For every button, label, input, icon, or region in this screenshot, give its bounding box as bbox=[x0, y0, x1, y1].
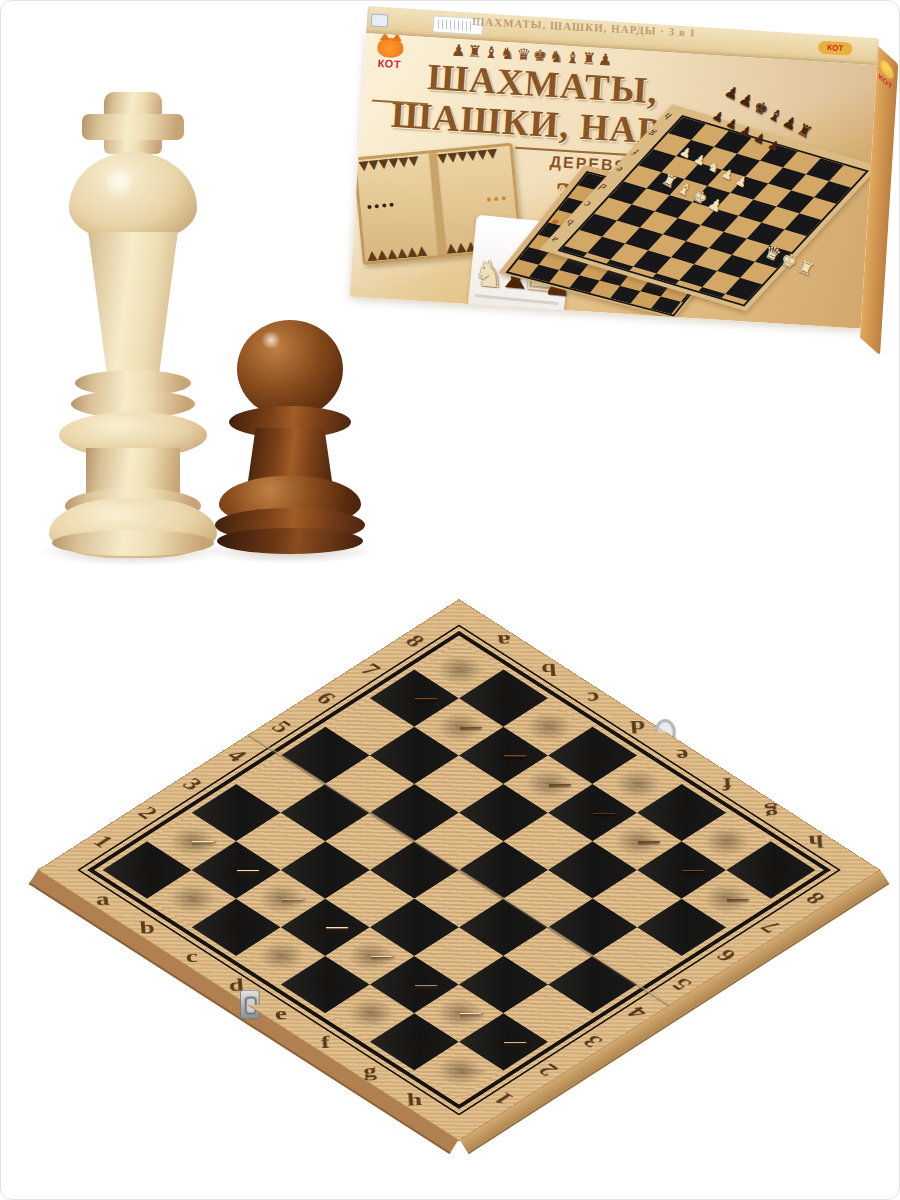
file-label-sw-c: c bbox=[180, 946, 204, 966]
product-box: ШАХМАТЫ, ШАШКИ, НАРДЫ · 3 в 1 КОТ КОТ ♟♜… bbox=[348, 6, 879, 350]
backgammon-checkers-light: ●●● bbox=[486, 192, 509, 204]
pawn-base-rim bbox=[217, 528, 363, 554]
brand-name: КОТ bbox=[369, 56, 410, 70]
brand-badge-small: КОТ bbox=[818, 41, 853, 56]
trio-king-icon: ♚ bbox=[513, 237, 572, 302]
king-neck bbox=[69, 232, 197, 378]
backgammon-points: ▼▼▼▼▼▼ bbox=[358, 154, 430, 173]
file-label-sw-f: f bbox=[313, 1032, 337, 1052]
mini-chess-image: hgfedcba ♟♟♚♝♟♜ ♟♟♟♟♟ ♟♟♞♟♟ ♜♝♚♟ ♛♚♜ bbox=[640, 95, 877, 328]
price-sticker bbox=[371, 13, 389, 27]
trio-base bbox=[475, 294, 559, 305]
king-crown bbox=[69, 152, 197, 242]
file-label-sw-h: h bbox=[402, 1089, 426, 1109]
box-top-edge-text: ШАХМАТЫ, ШАШКИ, НАРДЫ · 3 в 1 bbox=[472, 16, 696, 39]
backgammon-points: ▲▲▲▲▲▲ bbox=[445, 236, 517, 255]
piece-white-rook: ♜ bbox=[420, 994, 499, 1082]
checkers-row: ●●●●● bbox=[548, 216, 627, 244]
backgammon-checkers-dark: ●●●● bbox=[366, 199, 397, 212]
highlight bbox=[106, 162, 132, 202]
trio-knight-icon: ♞ bbox=[471, 255, 507, 294]
mini-pieces-image: ♞ ♝ ♚ ♟ bbox=[467, 215, 572, 320]
checkers-row: ●●●● bbox=[560, 245, 625, 269]
brand-logo: КОТ bbox=[369, 36, 411, 70]
file-label-sw-b: b bbox=[135, 917, 159, 937]
board-clasp bbox=[240, 990, 260, 1020]
mini-letter-h: h bbox=[660, 112, 674, 122]
trio-pawn-icon: ♟ bbox=[543, 269, 573, 301]
box-front-face: КОТ ♟♜♝♞♛♚♞♝♜♟ ШАХМАТЫ, ШАШКИ, НАРДЫ ДЕР… bbox=[350, 33, 878, 329]
king-finial-bar bbox=[82, 114, 184, 140]
mini-letter-a: a bbox=[547, 235, 561, 245]
backgammon-points: ▼▼▼▼▼▼ bbox=[437, 146, 509, 165]
mini-letter-c: c bbox=[579, 200, 593, 210]
mini-letter-b: b bbox=[563, 218, 577, 228]
king-base-rim bbox=[52, 530, 214, 556]
closeup-white-king bbox=[48, 92, 218, 554]
highlight bbox=[260, 332, 282, 348]
trio-bishop-icon: ♝ bbox=[495, 251, 537, 296]
closeup-brown-pawn bbox=[214, 320, 366, 558]
cat-icon bbox=[377, 37, 404, 59]
file-label-sw-a: a bbox=[90, 889, 114, 909]
chess-board: ♜♟♟♜♞♟♟♞♝♟♟♝♛♟♟♛♚♟♟♚♝♟♟♝♞♟♟♞♜♟♟♜aa11bb22… bbox=[39, 600, 879, 1140]
mini-backgammon-image: ▼▼▼▼▼▼ ▼▼▼▼▼▼ ▲▲▲▲▲▲ ▲▲▲▲▲▲ ●●●● ●●● bbox=[353, 143, 522, 266]
pawn-head bbox=[237, 320, 343, 418]
backgammon-bar bbox=[429, 153, 446, 255]
backgammon-points: ▲▲▲▲▲▲ bbox=[367, 243, 439, 262]
